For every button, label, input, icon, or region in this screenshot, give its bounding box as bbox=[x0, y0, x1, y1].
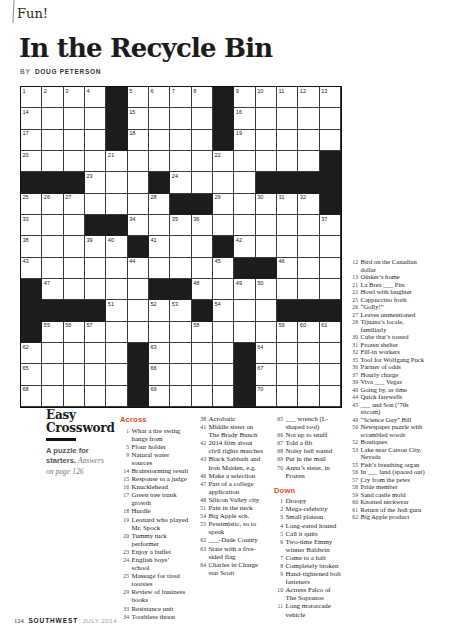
grid-cell[interactable] bbox=[85, 194, 106, 215]
clue-item: 25Cappuccino froth bbox=[349, 296, 425, 304]
grid-cell[interactable] bbox=[85, 343, 106, 364]
grid-cell[interactable] bbox=[234, 300, 255, 321]
grid-cell[interactable]: 40 bbox=[106, 236, 127, 257]
clue-item: 48Silicon Valley city bbox=[197, 496, 267, 504]
grid-cell[interactable] bbox=[277, 215, 298, 236]
grid-cell[interactable] bbox=[149, 130, 170, 151]
grid-cell[interactable] bbox=[298, 151, 319, 172]
grid-cell[interactable] bbox=[170, 343, 191, 364]
grid-cell[interactable]: 5 bbox=[128, 87, 149, 108]
grid-cell[interactable]: 65 bbox=[21, 364, 42, 385]
grid-cell[interactable]: 31 bbox=[277, 194, 298, 215]
grid-cell[interactable] bbox=[42, 364, 63, 385]
clue-text: Actress Falco of The Sopranos bbox=[286, 586, 343, 602]
clue-text: Two-time Emmy winner Baldwin bbox=[286, 538, 343, 554]
block-cell bbox=[234, 258, 255, 279]
clue-item: 37Hourly charge bbox=[349, 371, 425, 379]
grid-cell[interactable]: 35 bbox=[170, 215, 191, 236]
crossword-grid: 1234567891011121314151617181920212223242… bbox=[20, 86, 342, 408]
grid-cell[interactable] bbox=[106, 343, 127, 364]
block-cell bbox=[149, 279, 170, 300]
grid-cell[interactable]: 36 bbox=[192, 215, 213, 236]
clue-item: 5Flour holder bbox=[120, 443, 190, 451]
clue-item: 1Droopy bbox=[274, 497, 344, 505]
block-cell bbox=[85, 300, 106, 321]
grid-cell[interactable] bbox=[192, 108, 213, 129]
grid-cell[interactable]: 22 bbox=[213, 151, 234, 172]
grid-cell[interactable] bbox=[64, 386, 85, 407]
grid-cell[interactable] bbox=[320, 130, 341, 151]
grid-cell[interactable]: 44 bbox=[128, 258, 149, 279]
cell-number: 51 bbox=[108, 301, 114, 307]
clue-number: 62 bbox=[197, 536, 206, 543]
clue-text: Natural water sources bbox=[132, 451, 189, 467]
grid-cell[interactable] bbox=[170, 130, 191, 151]
grid-cell[interactable]: 41 bbox=[149, 236, 170, 257]
across-header: Across bbox=[120, 415, 190, 424]
grid-cell[interactable] bbox=[85, 151, 106, 172]
block-cell bbox=[320, 151, 341, 172]
clue-text: Newspaper puzzle with scrambled words bbox=[361, 423, 426, 438]
grid-cell[interactable]: 25 bbox=[21, 194, 42, 215]
byline-author: DOUG PETERSON bbox=[35, 68, 101, 75]
grid-cell[interactable] bbox=[192, 343, 213, 364]
grid-cell[interactable]: 43 bbox=[21, 258, 42, 279]
grid-cell[interactable] bbox=[128, 279, 149, 300]
block-cell bbox=[170, 279, 191, 300]
block-cell bbox=[234, 386, 255, 407]
grid-cell[interactable] bbox=[298, 108, 319, 129]
grid-cell[interactable] bbox=[106, 194, 127, 215]
grid-cell[interactable]: 39 bbox=[85, 236, 106, 257]
grid-cell[interactable] bbox=[106, 386, 127, 407]
clue-item: 38Acrobatic bbox=[197, 415, 267, 423]
grid-cell[interactable] bbox=[298, 236, 319, 257]
grid-cell[interactable]: 13 bbox=[320, 87, 341, 108]
cell-number: 2 bbox=[44, 88, 47, 94]
grid-cell[interactable] bbox=[256, 236, 277, 257]
clue-text: In ___ land (spaced out) bbox=[361, 468, 426, 476]
clue-text: Droopy bbox=[286, 497, 343, 505]
grid-cell[interactable] bbox=[170, 151, 191, 172]
clue-number: 58 bbox=[349, 483, 358, 490]
grid-cell[interactable] bbox=[298, 364, 319, 385]
grid-cell[interactable] bbox=[64, 130, 85, 151]
grid-cell[interactable] bbox=[256, 215, 277, 236]
grid-cell[interactable] bbox=[106, 364, 127, 385]
grid-cell[interactable] bbox=[192, 364, 213, 385]
clue-number: 55 bbox=[197, 520, 206, 527]
cell-number: 44 bbox=[129, 258, 135, 264]
grid-cell[interactable] bbox=[85, 279, 106, 300]
grid-cell[interactable]: 34 bbox=[128, 215, 149, 236]
grid-cell[interactable]: 57 bbox=[85, 322, 106, 343]
grid-cell[interactable]: 27 bbox=[64, 194, 85, 215]
clue-text: Anna’s sister, in Frozen bbox=[286, 464, 343, 480]
clue-text: English boys’ school bbox=[132, 556, 189, 572]
grid-cell[interactable] bbox=[42, 151, 63, 172]
grid-cell[interactable] bbox=[106, 279, 127, 300]
across-clues-column-3: 65___ wrench (L-shaped tool)66Not up to … bbox=[274, 415, 344, 619]
clue-item: 22Howl with laughter bbox=[349, 288, 425, 296]
grid-cell[interactable] bbox=[42, 215, 63, 236]
grid-cell[interactable] bbox=[256, 300, 277, 321]
grid-cell[interactable] bbox=[149, 322, 170, 343]
grid-cell[interactable] bbox=[213, 322, 234, 343]
grid-cell[interactable] bbox=[256, 151, 277, 172]
clue-text: Tummy tuck performer bbox=[132, 532, 189, 548]
cell-number: 15 bbox=[129, 109, 135, 115]
grid-cell[interactable] bbox=[213, 343, 234, 364]
grid-cell[interactable]: 11 bbox=[277, 87, 298, 108]
clue-item: 66Not up to snuff bbox=[274, 431, 344, 439]
cell-number: 58 bbox=[193, 322, 199, 328]
grid-cell[interactable]: 16 bbox=[234, 108, 255, 129]
grid-cell[interactable] bbox=[277, 130, 298, 151]
grid-cell[interactable] bbox=[320, 364, 341, 385]
grid-cell[interactable]: 6 bbox=[149, 87, 170, 108]
clue-text: Response to a judge bbox=[132, 475, 189, 483]
grid-cell[interactable]: 4 bbox=[85, 87, 106, 108]
grid-cell[interactable]: 15 bbox=[128, 108, 149, 129]
grid-cell[interactable] bbox=[234, 194, 255, 215]
grid-cell[interactable]: 1 bbox=[21, 87, 42, 108]
grid-cell[interactable] bbox=[192, 151, 213, 172]
cell-number: 26 bbox=[44, 194, 50, 200]
grid-cell[interactable] bbox=[149, 215, 170, 236]
grid-cell[interactable] bbox=[170, 386, 191, 407]
clue-number: 69 bbox=[274, 455, 283, 462]
grid-cell[interactable]: 19 bbox=[234, 130, 255, 151]
clue-number: 30 bbox=[349, 333, 358, 340]
block-cell bbox=[42, 300, 63, 321]
grid-cell[interactable] bbox=[234, 151, 255, 172]
grid-cell[interactable]: 56 bbox=[64, 322, 85, 343]
grid-cell[interactable] bbox=[298, 279, 319, 300]
grid-cell[interactable] bbox=[213, 279, 234, 300]
clue-item: 23Enjoy a buffet bbox=[120, 548, 190, 556]
clue-item: 62___-Dade County bbox=[197, 536, 267, 544]
grid-cell[interactable] bbox=[277, 108, 298, 129]
grid-cell[interactable] bbox=[213, 215, 234, 236]
grid-cell[interactable] bbox=[256, 108, 277, 129]
clue-item: 15Response to a judge bbox=[120, 475, 190, 483]
cell-number: 21 bbox=[108, 152, 114, 158]
block-cell bbox=[106, 215, 127, 236]
grid-cell[interactable] bbox=[106, 322, 127, 343]
grid-cell[interactable] bbox=[85, 364, 106, 385]
grid-cell[interactable] bbox=[192, 386, 213, 407]
grid-cell[interactable] bbox=[277, 364, 298, 385]
grid-cell[interactable] bbox=[85, 386, 106, 407]
byline-prefix: BY bbox=[20, 68, 30, 75]
grid-cell[interactable]: 12 bbox=[298, 87, 319, 108]
grid-cell[interactable] bbox=[256, 322, 277, 343]
clue-number: 50 bbox=[349, 423, 358, 430]
grid-cell[interactable] bbox=[85, 108, 106, 129]
grid-cell[interactable]: 38 bbox=[21, 236, 42, 257]
grid-cell[interactable] bbox=[64, 108, 85, 129]
grid-cell[interactable] bbox=[320, 279, 341, 300]
cell-number: 55 bbox=[44, 322, 50, 328]
clue-item: 13Oinker’s home bbox=[349, 273, 425, 281]
grid-cell[interactable]: 53 bbox=[170, 300, 191, 321]
grid-cell[interactable]: 42 bbox=[234, 236, 255, 257]
clue-item: 21La Brea ___ Pits bbox=[349, 281, 425, 289]
grid-cell[interactable]: 70 bbox=[256, 386, 277, 407]
cell-number: 22 bbox=[215, 152, 221, 158]
grid-cell[interactable] bbox=[128, 322, 149, 343]
clue-number: 13 bbox=[349, 273, 358, 280]
grid-cell[interactable] bbox=[192, 172, 213, 193]
grid-cell[interactable] bbox=[85, 258, 106, 279]
grid-cell[interactable] bbox=[298, 215, 319, 236]
grid-cell[interactable]: 55 bbox=[42, 322, 63, 343]
clue-number: 8 bbox=[274, 562, 283, 569]
grid-cell[interactable] bbox=[149, 258, 170, 279]
grid-cell[interactable] bbox=[42, 108, 63, 129]
grid-cell[interactable] bbox=[170, 258, 191, 279]
grid-cell[interactable] bbox=[192, 130, 213, 151]
clue-item: 47Part of a college application bbox=[197, 480, 267, 496]
block-cell bbox=[106, 108, 127, 129]
clue-text: Tijuana’s locale, familiarly bbox=[361, 318, 426, 333]
grid-cell[interactable] bbox=[170, 364, 191, 385]
grid-cell[interactable] bbox=[320, 386, 341, 407]
grid-cell[interactable]: 9 bbox=[234, 87, 255, 108]
clue-item: 49“Science Guy” Bill bbox=[349, 416, 425, 424]
clue-number: 27 bbox=[349, 311, 358, 318]
grid-cell[interactable]: 24 bbox=[170, 172, 191, 193]
grid-cell[interactable] bbox=[298, 258, 319, 279]
block-cell bbox=[320, 194, 341, 215]
clue-text: Put in the mail bbox=[286, 455, 343, 463]
clue-text: State with a five-sided flag bbox=[209, 545, 266, 561]
grid-cell[interactable]: 8 bbox=[192, 87, 213, 108]
clue-number: 57 bbox=[349, 476, 358, 483]
block-cell bbox=[149, 172, 170, 193]
grid-cell[interactable] bbox=[234, 172, 255, 193]
grid-cell[interactable]: 59 bbox=[277, 322, 298, 343]
clue-text: Cube that’s tossed bbox=[361, 333, 426, 341]
clue-text: Return of the Jedi guru bbox=[361, 506, 426, 514]
across-list-3: 65___ wrench (L-shaped tool)66Not up to … bbox=[274, 415, 344, 480]
grid-cell[interactable] bbox=[277, 386, 298, 407]
grid-cell[interactable]: 51 bbox=[106, 300, 127, 321]
grid-cell[interactable] bbox=[128, 194, 149, 215]
clue-text: Hourly charge bbox=[361, 371, 426, 379]
grid-cell[interactable]: 60 bbox=[298, 322, 319, 343]
badge-underline bbox=[46, 438, 76, 441]
clue-number: 66 bbox=[274, 431, 283, 438]
grid-cell[interactable] bbox=[85, 130, 106, 151]
clue-item: 64Charles in Charge star Scott bbox=[197, 561, 267, 577]
cell-number: 47 bbox=[44, 280, 50, 286]
clue-item: 40Going by, as time bbox=[349, 386, 425, 394]
clue-item: 24English boys’ school bbox=[120, 556, 190, 572]
crop-mark-rule bbox=[12, 0, 14, 23]
clue-text: Bird on the Canadian dollar bbox=[361, 258, 426, 273]
grid-cell[interactable] bbox=[42, 130, 63, 151]
clue-item: 41Middle sister on The Brady Bunch bbox=[197, 423, 267, 439]
grid-cell[interactable] bbox=[277, 151, 298, 172]
block-cell bbox=[213, 236, 234, 257]
cell-number: 24 bbox=[172, 173, 178, 179]
grid-cell[interactable]: 28 bbox=[149, 194, 170, 215]
grid-cell[interactable]: 33 bbox=[21, 215, 42, 236]
clue-text: ___ and Son (’70s sitcom) bbox=[361, 401, 426, 416]
clue-text: ___ wrench (L-shaped tool) bbox=[286, 415, 343, 431]
clue-number: 63 bbox=[197, 545, 206, 552]
grid-cell[interactable] bbox=[170, 322, 191, 343]
clue-number: 56 bbox=[349, 468, 358, 475]
grid-cell[interactable] bbox=[64, 279, 85, 300]
grid-cell[interactable] bbox=[298, 343, 319, 364]
cell-number: 32 bbox=[300, 194, 306, 200]
clue-number: 59 bbox=[349, 491, 358, 498]
grid-cell[interactable] bbox=[64, 343, 85, 364]
cell-number: 10 bbox=[257, 88, 263, 94]
grid-cell[interactable] bbox=[277, 279, 298, 300]
grid-cell[interactable] bbox=[213, 364, 234, 385]
grid-cell[interactable] bbox=[42, 386, 63, 407]
grid-cell[interactable] bbox=[320, 236, 341, 257]
block-cell bbox=[234, 364, 255, 385]
clue-item: 5Call it quits bbox=[274, 530, 344, 538]
grid-cell[interactable]: 21 bbox=[106, 151, 127, 172]
grid-cell[interactable] bbox=[128, 151, 149, 172]
grid-cell[interactable] bbox=[64, 236, 85, 257]
grid-cell[interactable]: 23 bbox=[85, 172, 106, 193]
grid-cell[interactable]: 64 bbox=[256, 343, 277, 364]
grid-cell[interactable] bbox=[320, 258, 341, 279]
clue-text: Quick farewells bbox=[361, 393, 426, 401]
clue-text: Partner of odds bbox=[361, 363, 426, 371]
grid-cell[interactable]: 49 bbox=[234, 279, 255, 300]
clue-number: 39 bbox=[349, 378, 358, 385]
grid-cell[interactable]: 3 bbox=[64, 87, 85, 108]
grid-cell[interactable]: 2 bbox=[42, 87, 63, 108]
grid-cell[interactable]: 37 bbox=[320, 215, 341, 236]
cell-number: 65 bbox=[23, 365, 29, 371]
grid-cell[interactable] bbox=[149, 151, 170, 172]
grid-cell[interactable] bbox=[42, 258, 63, 279]
grid-cell[interactable]: 62 bbox=[21, 343, 42, 364]
clue-number: 10 bbox=[274, 586, 283, 593]
grid-cell[interactable]: 68 bbox=[21, 386, 42, 407]
clue-item: 68Noisy bell sound bbox=[274, 447, 344, 455]
grid-cell[interactable] bbox=[298, 386, 319, 407]
grid-cell[interactable] bbox=[298, 130, 319, 151]
grid-cell[interactable] bbox=[64, 215, 85, 236]
grid-cell[interactable] bbox=[320, 343, 341, 364]
grid-cell[interactable] bbox=[213, 172, 234, 193]
grid-cell[interactable] bbox=[170, 108, 191, 129]
grid-cell[interactable]: 29 bbox=[213, 194, 234, 215]
grid-cell[interactable]: 69 bbox=[149, 386, 170, 407]
clue-number: 9 bbox=[274, 570, 283, 577]
cell-number: 4 bbox=[87, 88, 90, 94]
grid-cell[interactable]: 18 bbox=[128, 130, 149, 151]
grid-cell[interactable]: 17 bbox=[21, 130, 42, 151]
grid-cell[interactable]: 46 bbox=[277, 258, 298, 279]
grid-cell[interactable]: 63 bbox=[149, 343, 170, 364]
clue-number: 48 bbox=[197, 496, 206, 503]
grid-cell[interactable] bbox=[106, 172, 127, 193]
grid-cell[interactable]: 66 bbox=[149, 364, 170, 385]
grid-cell[interactable]: 20 bbox=[21, 151, 42, 172]
grid-cell[interactable]: 26 bbox=[42, 194, 63, 215]
grid-cell[interactable]: 50 bbox=[256, 279, 277, 300]
clue-text: Fill-in workers bbox=[361, 348, 426, 356]
cell-number: 48 bbox=[193, 280, 199, 286]
grid-cell[interactable] bbox=[277, 343, 298, 364]
grid-cell[interactable]: 58 bbox=[192, 322, 213, 343]
badge-title: Easy Crossword bbox=[46, 409, 128, 435]
grid-cell[interactable] bbox=[64, 258, 85, 279]
clue-item: 4Long-eared hound bbox=[274, 522, 344, 530]
grid-cell[interactable] bbox=[277, 236, 298, 257]
grid-cell[interactable] bbox=[106, 258, 127, 279]
grid-cell[interactable]: 47 bbox=[42, 279, 63, 300]
grid-cell[interactable]: 48 bbox=[192, 279, 213, 300]
grid-cell[interactable] bbox=[149, 108, 170, 129]
grid-cell[interactable]: 30 bbox=[256, 194, 277, 215]
clue-item: 26“Golly!” bbox=[349, 303, 425, 311]
grid-cell[interactable]: 54 bbox=[213, 300, 234, 321]
grid-cell[interactable] bbox=[128, 172, 149, 193]
clue-text: Small plateau bbox=[286, 513, 343, 521]
block-cell bbox=[192, 194, 213, 215]
grid-cell[interactable] bbox=[234, 215, 255, 236]
cell-number: 6 bbox=[151, 88, 154, 94]
grid-cell[interactable]: 32 bbox=[298, 194, 319, 215]
grid-cell[interactable] bbox=[234, 322, 255, 343]
grid-cell[interactable] bbox=[256, 130, 277, 151]
clue-item: 36Partner of odds bbox=[349, 363, 425, 371]
clue-number: 37 bbox=[349, 371, 358, 378]
grid-cell[interactable]: 14 bbox=[21, 108, 42, 129]
clue-number: 5 bbox=[274, 530, 283, 537]
clue-item: 60Knotted neckwear bbox=[349, 498, 425, 506]
clue-number: 1 bbox=[120, 427, 129, 434]
grid-cell[interactable]: 67 bbox=[256, 364, 277, 385]
grid-cell[interactable] bbox=[170, 236, 191, 257]
grid-cell[interactable]: 45 bbox=[213, 258, 234, 279]
grid-cell[interactable] bbox=[42, 343, 63, 364]
clue-item: 32Fill-in workers bbox=[349, 348, 425, 356]
grid-cell[interactable]: 7 bbox=[170, 87, 191, 108]
clue-number: 35 bbox=[349, 356, 358, 363]
clue-number: 40 bbox=[349, 386, 358, 393]
grid-cell[interactable] bbox=[64, 151, 85, 172]
clue-text: Boutiques bbox=[361, 438, 426, 446]
block-cell bbox=[213, 87, 234, 108]
grid-cell[interactable] bbox=[64, 364, 85, 385]
grid-cell[interactable] bbox=[192, 258, 213, 279]
grid-cell[interactable] bbox=[192, 236, 213, 257]
clue-number: 7 bbox=[274, 554, 283, 561]
block-cell bbox=[106, 87, 127, 108]
grid-cell[interactable] bbox=[42, 236, 63, 257]
cell-number: 56 bbox=[65, 322, 71, 328]
grid-cell[interactable] bbox=[320, 108, 341, 129]
grid-cell[interactable] bbox=[128, 300, 149, 321]
grid-cell[interactable]: 10 bbox=[256, 87, 277, 108]
grid-cell[interactable] bbox=[213, 386, 234, 407]
grid-cell[interactable]: 61 bbox=[320, 322, 341, 343]
grid-cell[interactable]: 52 bbox=[149, 300, 170, 321]
